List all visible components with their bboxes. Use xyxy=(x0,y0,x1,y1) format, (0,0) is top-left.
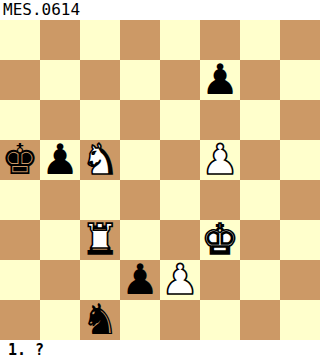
square-f2[interactable] xyxy=(200,260,240,300)
square-c7[interactable] xyxy=(80,60,120,100)
square-c6[interactable] xyxy=(80,100,120,140)
white-pawn-icon[interactable]: ♟ xyxy=(161,260,199,300)
square-d4[interactable] xyxy=(120,180,160,220)
square-a3[interactable] xyxy=(0,220,40,260)
square-e3[interactable] xyxy=(160,220,200,260)
square-b8[interactable] xyxy=(40,20,80,60)
square-e4[interactable] xyxy=(160,180,200,220)
square-d5[interactable] xyxy=(120,140,160,180)
square-e5[interactable] xyxy=(160,140,200,180)
square-g8[interactable] xyxy=(240,20,280,60)
square-h1[interactable] xyxy=(280,300,320,340)
square-c8[interactable] xyxy=(80,20,120,60)
square-f6[interactable] xyxy=(200,100,240,140)
square-c3[interactable]: ♜ xyxy=(80,220,120,260)
square-h4[interactable] xyxy=(280,180,320,220)
square-f8[interactable] xyxy=(200,20,240,60)
black-pawn-icon[interactable]: ♟ xyxy=(41,140,79,180)
square-g6[interactable] xyxy=(240,100,280,140)
square-g3[interactable] xyxy=(240,220,280,260)
white-pawn-icon[interactable]: ♟ xyxy=(201,140,239,180)
square-e8[interactable] xyxy=(160,20,200,60)
square-e1[interactable] xyxy=(160,300,200,340)
black-king-icon[interactable]: ♚ xyxy=(1,140,39,180)
square-a8[interactable] xyxy=(0,20,40,60)
square-h2[interactable] xyxy=(280,260,320,300)
chess-puzzle-window: MES.0614 ♟♚♟♞♟♜♚♟♟♞ 1. ? xyxy=(0,0,320,360)
square-a4[interactable] xyxy=(0,180,40,220)
square-d2[interactable]: ♟ xyxy=(120,260,160,300)
square-a5[interactable]: ♚ xyxy=(0,140,40,180)
square-d7[interactable] xyxy=(120,60,160,100)
square-b7[interactable] xyxy=(40,60,80,100)
square-e7[interactable] xyxy=(160,60,200,100)
square-f7[interactable]: ♟ xyxy=(200,60,240,100)
square-d1[interactable] xyxy=(120,300,160,340)
black-pawn-icon[interactable]: ♟ xyxy=(201,60,239,100)
square-h6[interactable] xyxy=(280,100,320,140)
black-knight-icon[interactable]: ♞ xyxy=(81,300,119,340)
square-f4[interactable] xyxy=(200,180,240,220)
square-g4[interactable] xyxy=(240,180,280,220)
square-g7[interactable] xyxy=(240,60,280,100)
square-a6[interactable] xyxy=(0,100,40,140)
square-e6[interactable] xyxy=(160,100,200,140)
square-b2[interactable] xyxy=(40,260,80,300)
square-b6[interactable] xyxy=(40,100,80,140)
square-a7[interactable] xyxy=(0,60,40,100)
square-f3[interactable]: ♚ xyxy=(200,220,240,260)
square-c1[interactable]: ♞ xyxy=(80,300,120,340)
square-g5[interactable] xyxy=(240,140,280,180)
puzzle-id-title: MES.0614 xyxy=(0,0,320,20)
square-h5[interactable] xyxy=(280,140,320,180)
square-d6[interactable] xyxy=(120,100,160,140)
square-c5[interactable]: ♞ xyxy=(80,140,120,180)
chess-board: ♟♚♟♞♟♜♚♟♟♞ xyxy=(0,20,320,340)
white-rook-icon[interactable]: ♜ xyxy=(81,220,119,260)
square-b4[interactable] xyxy=(40,180,80,220)
square-b1[interactable] xyxy=(40,300,80,340)
square-d3[interactable] xyxy=(120,220,160,260)
square-f5[interactable]: ♟ xyxy=(200,140,240,180)
square-c2[interactable] xyxy=(80,260,120,300)
square-g1[interactable] xyxy=(240,300,280,340)
square-g2[interactable] xyxy=(240,260,280,300)
black-pawn-icon[interactable]: ♟ xyxy=(121,260,159,300)
square-h8[interactable] xyxy=(280,20,320,60)
square-a2[interactable] xyxy=(0,260,40,300)
square-h3[interactable] xyxy=(280,220,320,260)
move-prompt: 1. ? xyxy=(0,340,320,360)
square-e2[interactable]: ♟ xyxy=(160,260,200,300)
square-b5[interactable]: ♟ xyxy=(40,140,80,180)
square-c4[interactable] xyxy=(80,180,120,220)
square-a1[interactable] xyxy=(0,300,40,340)
square-b3[interactable] xyxy=(40,220,80,260)
white-knight-icon[interactable]: ♞ xyxy=(81,140,119,180)
square-f1[interactable] xyxy=(200,300,240,340)
square-h7[interactable] xyxy=(280,60,320,100)
square-d8[interactable] xyxy=(120,20,160,60)
white-king-icon[interactable]: ♚ xyxy=(201,220,239,260)
